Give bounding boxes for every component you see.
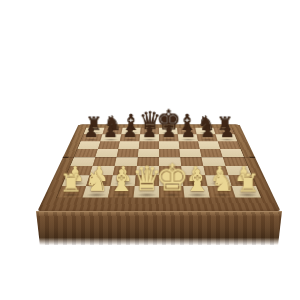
square-c7: ♟ [120, 134, 140, 141]
piece-white-knight: ♞ [84, 169, 108, 196]
square-h5 [220, 149, 244, 157]
piece-black-pawn: ♟ [122, 124, 137, 141]
board-squares-grid: ♜♞♝♛♚♝♞♜♟♟♟♟♟♟♟♟♟♟♟♟♟♟♟♟♜♞♝♛♚♝♞♜ [57, 128, 261, 198]
square-c6 [118, 141, 139, 148]
piece-black-pawn: ♟ [142, 124, 157, 141]
product-photo-scene: ♜♞♝♛♚♝♞♜♟♟♟♟♟♟♟♟♟♟♟♟♟♟♟♟♜♞♝♛♚♝♞♜ [0, 0, 300, 300]
piece-white-rook: ♜ [59, 171, 82, 196]
square-b7: ♟ [100, 134, 121, 141]
square-f7: ♟ [178, 134, 198, 141]
square-c5 [117, 149, 139, 157]
square-h6 [218, 141, 241, 148]
square-d6 [139, 141, 159, 148]
square-a7: ♟ [81, 134, 103, 141]
piece-white-knight: ♞ [210, 169, 234, 196]
piece-black-pawn: ♟ [181, 124, 196, 141]
board-perspective-wrap: ♜♞♝♛♚♝♞♜♟♟♟♟♟♟♟♟♟♟♟♟♟♟♟♟♜♞♝♛♚♝♞♜ [36, 0, 282, 212]
square-d7: ♟ [139, 134, 159, 141]
square-f1: ♝ [183, 186, 210, 198]
piece-white-rook: ♜ [236, 171, 259, 196]
piece-black-pawn: ♟ [83, 124, 98, 141]
piece-black-pawn: ♟ [103, 124, 118, 141]
square-e6 [159, 141, 179, 148]
square-b1: ♞ [83, 186, 111, 198]
square-b5 [95, 149, 118, 157]
piece-white-bishop: ♝ [184, 166, 211, 196]
square-g6 [198, 141, 220, 148]
square-g7: ♟ [197, 134, 218, 141]
piece-black-pawn: ♟ [220, 124, 235, 141]
square-g1: ♞ [208, 186, 236, 198]
square-h7: ♟ [216, 134, 238, 141]
piece-black-pawn: ♟ [200, 124, 215, 141]
box-front-face [36, 211, 282, 245]
piece-white-bishop: ♝ [108, 166, 135, 196]
hinge-notch-right [249, 157, 255, 158]
hinge-notch-left [63, 157, 69, 158]
square-e7: ♟ [159, 134, 179, 141]
chess-board-3d: ♜♞♝♛♚♝♞♜♟♟♟♟♟♟♟♟♟♟♟♟♟♟♟♟♜♞♝♛♚♝♞♜ [37, 124, 281, 212]
square-h1: ♜ [232, 186, 261, 198]
piece-black-pawn: ♟ [161, 124, 176, 141]
square-e1: ♚ [159, 186, 184, 198]
square-b6 [98, 141, 120, 148]
square-g5 [200, 149, 223, 157]
square-f6 [179, 141, 200, 148]
square-a6 [78, 141, 101, 148]
square-a5 [74, 149, 98, 157]
